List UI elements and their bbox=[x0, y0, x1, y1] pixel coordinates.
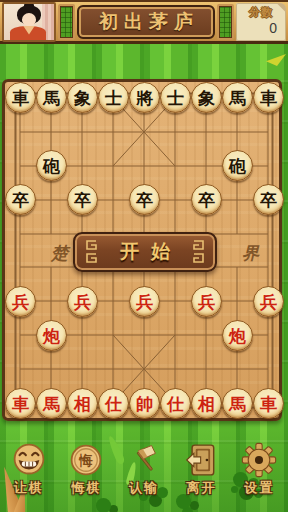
board-point-3-4[interactable]: 卒 bbox=[129, 183, 160, 217]
board-point-3-5[interactable] bbox=[160, 183, 191, 217]
piece-red-r6c8[interactable]: 兵 bbox=[253, 286, 284, 317]
board-point-0-5[interactable]: 士 bbox=[160, 81, 191, 115]
piece-glyph: 兵 bbox=[198, 293, 215, 310]
board-point-1-8[interactable] bbox=[253, 115, 284, 149]
board-point-1-2[interactable] bbox=[67, 115, 98, 149]
player-avatar bbox=[2, 2, 56, 42]
piece-red-r9c6[interactable]: 相 bbox=[191, 388, 222, 419]
piece-black-r2c7[interactable]: 砲 bbox=[222, 150, 253, 181]
start-button[interactable]: 开始 bbox=[73, 232, 217, 272]
leave-button[interactable]: 离开 bbox=[175, 442, 229, 497]
board-point-5-0[interactable] bbox=[5, 251, 36, 285]
leave-label: 离开 bbox=[187, 479, 217, 497]
piece-glyph: 兵 bbox=[74, 293, 91, 310]
board-point-6-6[interactable]: 兵 bbox=[191, 284, 222, 318]
piece-glyph: 車 bbox=[12, 90, 29, 107]
board-point-1-6[interactable] bbox=[191, 115, 222, 149]
piece-black-r2c1[interactable]: 砲 bbox=[36, 150, 67, 181]
piece-glyph: 砲 bbox=[43, 158, 60, 175]
avatar-face bbox=[22, 13, 36, 26]
scroll-ornament-icon bbox=[85, 239, 98, 265]
piece-glyph: 象 bbox=[74, 90, 91, 107]
board-point-4-8[interactable] bbox=[253, 217, 284, 251]
board-point-9-6[interactable]: 相 bbox=[191, 386, 222, 420]
piece-red-r6c0[interactable]: 兵 bbox=[5, 286, 36, 317]
board-point-0-0[interactable]: 車 bbox=[5, 81, 36, 115]
board-point-8-5[interactable] bbox=[160, 352, 191, 386]
piece-glyph: 兵 bbox=[260, 293, 277, 310]
piece-red-r6c2[interactable]: 兵 bbox=[67, 286, 98, 317]
piece-red-r9c8[interactable]: 車 bbox=[253, 388, 284, 419]
board-point-9-4[interactable]: 帥 bbox=[129, 386, 160, 420]
board-point-7-2[interactable] bbox=[67, 318, 98, 352]
score-card: 分数 0 bbox=[236, 3, 286, 41]
board-point-9-1[interactable]: 馬 bbox=[36, 386, 67, 420]
piece-glyph: 卒 bbox=[74, 192, 91, 209]
piece-glyph: 卒 bbox=[136, 192, 153, 209]
flag-icon bbox=[126, 442, 162, 478]
smiley-icon bbox=[11, 442, 47, 478]
board-point-2-0[interactable] bbox=[5, 149, 36, 183]
piece-glyph: 相 bbox=[74, 395, 91, 412]
piece-red-r6c6[interactable]: 兵 bbox=[191, 286, 222, 317]
board-point-3-7[interactable] bbox=[222, 183, 253, 217]
board-point-4-1[interactable] bbox=[36, 217, 67, 251]
board-point-2-1[interactable]: 砲 bbox=[36, 149, 67, 183]
board-point-4-7[interactable] bbox=[222, 217, 253, 251]
piece-black-r3c6[interactable]: 卒 bbox=[191, 184, 222, 215]
board-point-7-4[interactable] bbox=[129, 318, 160, 352]
board-point-2-3[interactable] bbox=[98, 149, 129, 183]
board-point-1-0[interactable] bbox=[5, 115, 36, 149]
gear-icon bbox=[241, 442, 277, 478]
piece-red-r6c4[interactable]: 兵 bbox=[129, 286, 160, 317]
board-point-3-0[interactable]: 卒 bbox=[5, 183, 36, 217]
piece-red-r9c3[interactable]: 仕 bbox=[98, 388, 129, 419]
board-point-7-0[interactable] bbox=[5, 318, 36, 352]
board-point-4-0[interactable] bbox=[5, 217, 36, 251]
board-point-2-4[interactable] bbox=[129, 149, 160, 183]
piece-glyph: 馬 bbox=[43, 90, 60, 107]
board-point-6-5[interactable] bbox=[160, 284, 191, 318]
board-point-8-8[interactable] bbox=[253, 352, 284, 386]
piece-black-r0c0[interactable]: 車 bbox=[5, 82, 36, 113]
board-point-6-0[interactable]: 兵 bbox=[5, 284, 36, 318]
piece-black-r0c5[interactable]: 士 bbox=[160, 82, 191, 113]
board-point-8-0[interactable] bbox=[5, 352, 36, 386]
piece-black-r3c8[interactable]: 卒 bbox=[253, 184, 284, 215]
board-point-3-2[interactable]: 卒 bbox=[67, 183, 98, 217]
board-point-7-8[interactable] bbox=[253, 318, 284, 352]
board-point-2-2[interactable] bbox=[67, 149, 98, 183]
piece-black-r0c4[interactable]: 將 bbox=[129, 82, 160, 113]
board-point-2-6[interactable] bbox=[191, 149, 222, 183]
piece-glyph: 車 bbox=[12, 395, 29, 412]
board-point-0-7[interactable]: 馬 bbox=[222, 81, 253, 115]
top-bar: 初出茅庐 分数 0 bbox=[0, 0, 288, 44]
board-point-0-1[interactable]: 馬 bbox=[36, 81, 67, 115]
piece-black-r0c1[interactable]: 馬 bbox=[36, 82, 67, 113]
level-title-plaque: 初出茅庐 bbox=[77, 5, 215, 39]
piece-glyph: 卒 bbox=[260, 192, 277, 209]
board-point-6-3[interactable] bbox=[98, 284, 129, 318]
piece-glyph: 馬 bbox=[229, 90, 246, 107]
handicap-button[interactable]: 让棋 bbox=[2, 442, 56, 497]
lattice-panel-left bbox=[58, 4, 75, 40]
app-screen: 初出茅庐 分数 0 楚 界 車馬象士將士象馬車砲 bbox=[0, 0, 288, 512]
board-point-1-4[interactable] bbox=[129, 115, 160, 149]
board-point-1-7[interactable] bbox=[222, 115, 253, 149]
start-button-label: 开始 bbox=[108, 239, 182, 265]
board-point-7-6[interactable] bbox=[191, 318, 222, 352]
board-point-8-6[interactable] bbox=[191, 352, 222, 386]
board-point-0-4[interactable]: 將 bbox=[129, 81, 160, 115]
board-point-5-1[interactable] bbox=[36, 251, 67, 285]
lattice-panel-right bbox=[217, 4, 234, 40]
piece-glyph: 將 bbox=[136, 90, 153, 107]
board-point-3-6[interactable]: 卒 bbox=[191, 183, 222, 217]
piece-glyph: 馬 bbox=[229, 395, 246, 412]
piece-glyph: 車 bbox=[260, 395, 277, 412]
piece-glyph: 兵 bbox=[136, 293, 153, 310]
board-point-6-4[interactable]: 兵 bbox=[129, 284, 160, 318]
piece-black-r0c8[interactable]: 車 bbox=[253, 82, 284, 113]
board-point-2-7[interactable]: 砲 bbox=[222, 149, 253, 183]
piece-black-r0c2[interactable]: 象 bbox=[67, 82, 98, 113]
piece-red-r9c7[interactable]: 馬 bbox=[222, 388, 253, 419]
board-point-9-7[interactable]: 馬 bbox=[222, 386, 253, 420]
piece-glyph: 象 bbox=[198, 90, 215, 107]
board-point-5-7[interactable] bbox=[222, 251, 253, 285]
board-point-9-5[interactable]: 仕 bbox=[160, 386, 191, 420]
regret-piece-icon: 悔 bbox=[68, 442, 104, 478]
door-exit-icon bbox=[184, 442, 220, 478]
board-point-8-4[interactable] bbox=[129, 352, 160, 386]
settings-label: 设置 bbox=[244, 479, 274, 497]
piece-red-r9c5[interactable]: 仕 bbox=[160, 388, 191, 419]
resign-label: 认输 bbox=[129, 479, 159, 497]
piece-black-r3c0[interactable]: 卒 bbox=[5, 184, 36, 215]
piece-glyph: 相 bbox=[198, 395, 215, 412]
board-point-8-1[interactable] bbox=[36, 352, 67, 386]
level-title: 初出茅庐 bbox=[93, 9, 199, 35]
piece-glyph: 砲 bbox=[229, 158, 246, 175]
board-point-0-3[interactable]: 士 bbox=[98, 81, 129, 115]
board-point-2-8[interactable] bbox=[253, 149, 284, 183]
piece-red-r7c1[interactable]: 炮 bbox=[36, 320, 67, 351]
bottom-toolbar: 让棋 悔 悔棋 认输 bbox=[0, 442, 288, 502]
piece-glyph: 炮 bbox=[43, 327, 60, 344]
scroll-ornament-icon bbox=[192, 239, 205, 265]
score-label: 分数 bbox=[236, 5, 286, 20]
board-point-0-2[interactable]: 象 bbox=[67, 81, 98, 115]
board-point-6-1[interactable] bbox=[36, 284, 67, 318]
piece-glyph: 卒 bbox=[198, 192, 215, 209]
handicap-label: 让棋 bbox=[14, 479, 44, 497]
board-point-0-8[interactable]: 車 bbox=[253, 81, 284, 115]
piece-red-r9c4[interactable]: 帥 bbox=[129, 388, 160, 419]
board-point-6-8[interactable]: 兵 bbox=[253, 284, 284, 318]
board-point-7-3[interactable] bbox=[98, 318, 129, 352]
board-point-1-5[interactable] bbox=[160, 115, 191, 149]
board-point-2-5[interactable] bbox=[160, 149, 191, 183]
undo-move-button[interactable]: 悔 悔棋 bbox=[59, 442, 113, 497]
board-point-9-8[interactable]: 車 bbox=[253, 386, 284, 420]
piece-glyph: 卒 bbox=[12, 192, 29, 209]
piece-red-r9c0[interactable]: 車 bbox=[5, 388, 36, 419]
board-point-9-3[interactable]: 仕 bbox=[98, 386, 129, 420]
resign-button[interactable]: 认输 bbox=[117, 442, 171, 497]
piece-glyph: 士 bbox=[105, 90, 122, 107]
piece-glyph: 兵 bbox=[12, 293, 29, 310]
piece-black-r0c7[interactable]: 馬 bbox=[222, 82, 253, 113]
board-point-8-2[interactable] bbox=[67, 352, 98, 386]
xiangqi-board: 楚 界 車馬象士將士象馬車砲砲卒卒卒卒卒兵兵兵兵兵炮炮車馬相仕帥仕相馬車 开始 bbox=[2, 79, 282, 421]
undo-move-label: 悔棋 bbox=[71, 479, 101, 497]
piece-black-r0c6[interactable]: 象 bbox=[191, 82, 222, 113]
piece-black-r3c2[interactable]: 卒 bbox=[67, 184, 98, 215]
board-point-3-3[interactable] bbox=[98, 183, 129, 217]
piece-glyph: 士 bbox=[167, 90, 184, 107]
board-point-1-3[interactable] bbox=[98, 115, 129, 149]
board-point-3-1[interactable] bbox=[36, 183, 67, 217]
board-point-6-7[interactable] bbox=[222, 284, 253, 318]
board-point-8-3[interactable] bbox=[98, 352, 129, 386]
board-point-6-2[interactable]: 兵 bbox=[67, 284, 98, 318]
piece-glyph: 仕 bbox=[167, 395, 184, 412]
board-point-5-8[interactable] bbox=[253, 251, 284, 285]
board-point-1-1[interactable] bbox=[36, 115, 67, 149]
piece-black-r0c3[interactable]: 士 bbox=[98, 82, 129, 113]
piece-glyph: 車 bbox=[260, 90, 277, 107]
score-value: 0 bbox=[236, 20, 286, 36]
piece-red-r9c1[interactable]: 馬 bbox=[36, 388, 67, 419]
board-point-7-5[interactable] bbox=[160, 318, 191, 352]
piece-red-r9c2[interactable]: 相 bbox=[67, 388, 98, 419]
piece-glyph: 炮 bbox=[229, 327, 246, 344]
svg-text:悔: 悔 bbox=[79, 453, 94, 468]
board-point-9-0[interactable]: 車 bbox=[5, 386, 36, 420]
board-point-7-1[interactable]: 炮 bbox=[36, 318, 67, 352]
piece-glyph: 馬 bbox=[43, 395, 60, 412]
board-point-0-6[interactable]: 象 bbox=[191, 81, 222, 115]
piece-black-r3c4[interactable]: 卒 bbox=[129, 184, 160, 215]
piece-glyph: 仕 bbox=[105, 395, 122, 412]
board-point-9-2[interactable]: 相 bbox=[67, 386, 98, 420]
piece-glyph: 帥 bbox=[136, 395, 153, 412]
settings-button[interactable]: 设置 bbox=[232, 442, 286, 497]
piece-red-r7c7[interactable]: 炮 bbox=[222, 320, 253, 351]
board-point-7-7[interactable]: 炮 bbox=[222, 318, 253, 352]
board-point-3-8[interactable]: 卒 bbox=[253, 183, 284, 217]
board-point-8-7[interactable] bbox=[222, 352, 253, 386]
